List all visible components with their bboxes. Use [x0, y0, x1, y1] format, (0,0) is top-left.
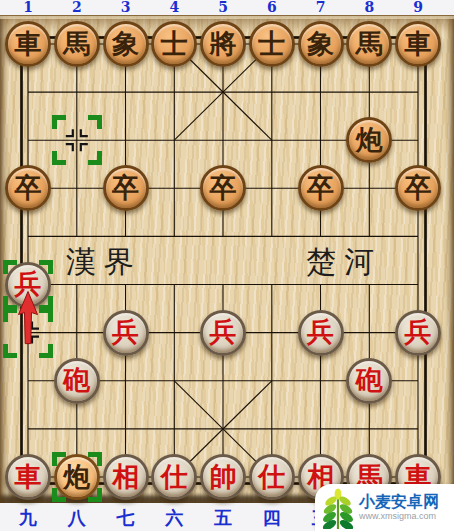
move-marker-red-soldier-move-to	[3, 260, 53, 310]
file-label-bottom-3: 七	[117, 506, 135, 530]
piece-red-general[interactable]: 帥	[200, 454, 246, 500]
piece-black-general[interactable]: 將	[200, 21, 246, 67]
piece-glyph: 卒	[112, 174, 139, 201]
piece-red-elephant[interactable]: 相	[103, 454, 149, 500]
piece-glyph: 士	[258, 30, 285, 57]
piece-glyph: 將	[210, 30, 237, 57]
xiangqi-app-screen: 123456789 漢界 楚河 車馬象士將士象馬車炮卒卒卒卒卒兵兵兵兵兵砲砲車炮…	[0, 0, 454, 531]
piece-glyph: 卒	[210, 174, 237, 201]
file-label-top-2: 2	[72, 0, 82, 15]
wheat-logo-icon	[320, 487, 356, 529]
piece-glyph: 馬	[356, 30, 383, 57]
piece-red-cannon[interactable]: 砲	[54, 358, 100, 404]
piece-black-advisor[interactable]: 士	[151, 21, 197, 67]
file-label-top-9: 9	[413, 0, 423, 15]
piece-glyph: 砲	[63, 366, 90, 393]
piece-black-soldier[interactable]: 卒	[200, 165, 246, 211]
piece-glyph: 兵	[112, 318, 139, 345]
piece-red-advisor[interactable]: 仕	[249, 454, 295, 500]
piece-black-horse[interactable]: 馬	[54, 21, 100, 67]
piece-red-soldier[interactable]: 兵	[395, 310, 441, 356]
piece-black-horse[interactable]: 馬	[346, 21, 392, 67]
file-label-bottom-6: 四	[263, 506, 281, 530]
piece-glyph: 相	[112, 463, 139, 490]
file-label-bottom-1: 九	[19, 506, 37, 530]
piece-black-chariot[interactable]: 車	[5, 21, 51, 67]
file-label-top-1: 1	[23, 0, 33, 15]
piece-black-soldier[interactable]: 卒	[5, 165, 51, 211]
piece-black-soldier[interactable]: 卒	[103, 165, 149, 211]
file-label-top-5: 5	[218, 0, 228, 15]
piece-glyph: 象	[112, 30, 139, 57]
piece-glyph: 兵	[405, 318, 432, 345]
piece-glyph: 兵	[210, 318, 237, 345]
xiangqi-board[interactable]	[0, 15, 454, 505]
piece-glyph: 車	[15, 30, 42, 57]
piece-black-soldier[interactable]: 卒	[298, 165, 344, 211]
piece-glyph: 卒	[307, 174, 334, 201]
piece-red-soldier[interactable]: 兵	[103, 310, 149, 356]
piece-glyph: 象	[307, 30, 334, 57]
watermark: 小麦安卓网 www.xmsigma.com	[315, 484, 454, 531]
piece-glyph: 馬	[63, 30, 90, 57]
file-label-bottom-5: 五	[214, 506, 232, 530]
piece-red-cannon[interactable]: 砲	[346, 358, 392, 404]
file-label-bottom-2: 八	[68, 506, 86, 530]
watermark-site-url: www.xmsigma.com	[359, 512, 439, 521]
piece-glyph: 兵	[307, 318, 334, 345]
piece-glyph: 帥	[210, 463, 237, 490]
watermark-site-name: 小麦安卓网	[359, 494, 439, 511]
file-label-top-4: 4	[169, 0, 179, 15]
piece-red-chariot[interactable]: 車	[5, 454, 51, 500]
piece-glyph: 仕	[258, 463, 285, 490]
piece-glyph: 仕	[161, 463, 188, 490]
piece-glyph: 士	[161, 30, 188, 57]
piece-red-soldier[interactable]: 兵	[200, 310, 246, 356]
piece-glyph: 炮	[356, 126, 383, 153]
piece-black-advisor[interactable]: 士	[249, 21, 295, 67]
file-label-top-3: 3	[121, 0, 131, 15]
piece-glyph: 砲	[356, 366, 383, 393]
piece-red-advisor[interactable]: 仕	[151, 454, 197, 500]
piece-black-elephant[interactable]: 象	[298, 21, 344, 67]
file-label-top-7: 7	[316, 0, 326, 15]
move-marker-black-cannon-move-to	[52, 452, 102, 502]
piece-glyph: 車	[15, 463, 42, 490]
file-label-bottom-4: 六	[165, 506, 183, 530]
piece-black-chariot[interactable]: 車	[395, 21, 441, 67]
file-label-top-6: 6	[267, 0, 277, 15]
move-marker-red-soldier-move-from	[3, 308, 53, 358]
piece-black-elephant[interactable]: 象	[103, 21, 149, 67]
piece-glyph: 卒	[15, 174, 42, 201]
move-marker-black-cannon-move-from	[52, 115, 102, 165]
piece-red-soldier[interactable]: 兵	[298, 310, 344, 356]
file-label-top-8: 8	[364, 0, 374, 15]
piece-glyph: 車	[405, 30, 432, 57]
piece-glyph: 卒	[405, 174, 432, 201]
file-labels-top: 123456789	[0, 0, 454, 16]
piece-black-soldier[interactable]: 卒	[395, 165, 441, 211]
